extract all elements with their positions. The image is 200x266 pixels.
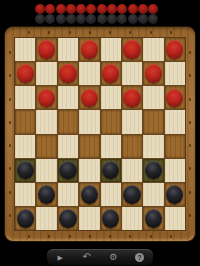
square-r2c3[interactable] — [58, 62, 78, 85]
square-r5c7 — [143, 135, 163, 158]
frame-tick — [69, 235, 71, 238]
square-r3c4[interactable] — [79, 86, 99, 109]
frame-tick — [9, 74, 11, 77]
square-r4c1[interactable] — [15, 110, 35, 133]
frame-tick — [9, 98, 11, 101]
settings-button[interactable]: ⚙ — [106, 250, 120, 264]
tray-piece-black — [117, 14, 127, 24]
gear-icon: ⚙ — [109, 253, 117, 262]
tray-red-row — [35, 4, 159, 14]
square-r2c5[interactable] — [101, 62, 121, 85]
square-r3c2[interactable] — [36, 86, 56, 109]
black-checker-piece[interactable] — [59, 209, 76, 228]
square-r3c8[interactable] — [165, 86, 185, 109]
help-icon: ? — [135, 253, 144, 262]
square-r5c6[interactable] — [122, 135, 142, 158]
tray-piece-black — [138, 14, 148, 24]
frame-tick — [170, 31, 172, 34]
red-checker-piece[interactable] — [81, 89, 98, 108]
checkers-board — [5, 27, 195, 241]
frame-marks-left — [7, 41, 13, 227]
square-r6c2 — [36, 159, 56, 182]
tray-piece-black — [128, 14, 138, 24]
red-checker-piece[interactable] — [166, 89, 183, 108]
tray-piece-red — [107, 4, 117, 14]
square-r2c8 — [165, 62, 185, 85]
tray-black-row — [35, 14, 159, 24]
black-checker-piece[interactable] — [38, 185, 55, 204]
square-r4c8 — [165, 110, 185, 133]
tray-piece-black — [45, 14, 55, 24]
black-checker-piece[interactable] — [17, 209, 34, 228]
square-r3c7 — [143, 86, 163, 109]
frame-tick — [9, 51, 11, 54]
square-r5c2[interactable] — [36, 135, 56, 158]
frame-tick — [89, 31, 91, 34]
frame-tick — [9, 144, 11, 147]
frame-tick — [9, 191, 11, 194]
red-checker-piece[interactable] — [17, 64, 34, 83]
square-r1c8[interactable] — [165, 38, 185, 61]
square-r1c5 — [101, 38, 121, 61]
frame-tick — [150, 235, 152, 238]
square-r7c4[interactable] — [79, 183, 99, 206]
red-checker-piece[interactable] — [59, 64, 76, 83]
red-checker-piece[interactable] — [38, 40, 55, 59]
square-r8c1[interactable] — [15, 207, 35, 230]
checkers-app-screen: ▶ ↶ ⚙ ? — [0, 0, 200, 266]
black-checker-piece[interactable] — [17, 161, 34, 180]
black-checker-piece[interactable] — [59, 161, 76, 180]
tray-piece-black — [86, 14, 96, 24]
tray-piece-black — [56, 14, 66, 24]
tray-piece-red — [138, 4, 148, 14]
black-checker-piece[interactable] — [102, 161, 119, 180]
tray-piece-red — [35, 4, 45, 14]
frame-tick — [189, 214, 191, 217]
square-r5c8[interactable] — [165, 135, 185, 158]
tray-piece-black — [35, 14, 45, 24]
undo-icon: ↶ — [83, 252, 91, 262]
square-r1c4[interactable] — [79, 38, 99, 61]
square-r7c5 — [101, 183, 121, 206]
square-r7c2[interactable] — [36, 183, 56, 206]
tray-piece-red — [117, 4, 127, 14]
frame-tick — [9, 167, 11, 170]
frame-tick — [28, 31, 30, 34]
frame-tick — [69, 31, 71, 34]
square-r8c5[interactable] — [101, 207, 121, 230]
square-r7c7 — [143, 183, 163, 206]
square-r2c4 — [79, 62, 99, 85]
square-r1c3 — [58, 38, 78, 61]
frame-tick — [48, 235, 50, 238]
square-r8c3[interactable] — [58, 207, 78, 230]
square-r5c3 — [58, 135, 78, 158]
play-icon: ▶ — [58, 254, 63, 261]
frame-tick — [189, 74, 191, 77]
frame-tick — [109, 31, 111, 34]
frame-tick — [189, 121, 191, 124]
frame-tick — [9, 121, 11, 124]
square-r4c6 — [122, 110, 142, 133]
black-checker-piece[interactable] — [166, 185, 183, 204]
black-checker-piece[interactable] — [102, 209, 119, 228]
frame-marks-top — [19, 29, 181, 35]
black-checker-piece[interactable] — [145, 161, 162, 180]
frame-tick — [89, 235, 91, 238]
black-checker-piece[interactable] — [123, 185, 140, 204]
tray-piece-black — [148, 14, 158, 24]
red-checker-piece[interactable] — [123, 40, 140, 59]
tray-piece-red — [148, 4, 158, 14]
frame-tick — [129, 235, 131, 238]
square-r1c1 — [15, 38, 35, 61]
square-r6c7[interactable] — [143, 159, 163, 182]
square-r2c7[interactable] — [143, 62, 163, 85]
square-r7c8[interactable] — [165, 183, 185, 206]
square-r6c1[interactable] — [15, 159, 35, 182]
toolbar: ▶ ↶ ⚙ ? — [47, 249, 153, 265]
square-r3c5 — [101, 86, 121, 109]
tray-piece-red — [56, 4, 66, 14]
square-r1c2[interactable] — [36, 38, 56, 61]
square-r4c2 — [36, 110, 56, 133]
tray-piece-red — [97, 4, 107, 14]
square-r8c4 — [79, 207, 99, 230]
play-button[interactable]: ▶ — [53, 250, 67, 264]
tray-piece-red — [66, 4, 76, 14]
red-checker-piece[interactable] — [166, 40, 183, 59]
tray-piece-black — [107, 14, 117, 24]
square-r3c6[interactable] — [122, 86, 142, 109]
frame-tick — [48, 31, 50, 34]
frame-tick — [189, 144, 191, 147]
black-checker-piece[interactable] — [81, 185, 98, 204]
square-r8c8 — [165, 207, 185, 230]
frame-tick — [129, 31, 131, 34]
square-r6c6 — [122, 159, 142, 182]
square-r7c1 — [15, 183, 35, 206]
tray-piece-black — [76, 14, 86, 24]
square-r7c6[interactable] — [122, 183, 142, 206]
frame-marks-bottom — [19, 233, 181, 239]
red-checker-piece[interactable] — [145, 64, 162, 83]
tray-piece-red — [45, 4, 55, 14]
red-checker-piece[interactable] — [81, 40, 98, 59]
frame-tick — [170, 235, 172, 238]
square-r1c7 — [143, 38, 163, 61]
frame-tick — [28, 235, 30, 238]
frame-tick — [189, 51, 191, 54]
undo-button[interactable]: ↶ — [80, 250, 94, 264]
square-r4c3[interactable] — [58, 110, 78, 133]
square-r5c5 — [101, 135, 121, 158]
red-checker-piece[interactable] — [123, 89, 140, 108]
square-r2c1[interactable] — [15, 62, 35, 85]
tray-piece-black — [66, 14, 76, 24]
square-r6c5[interactable] — [101, 159, 121, 182]
square-r3c1 — [15, 86, 35, 109]
square-r6c4 — [79, 159, 99, 182]
help-button[interactable]: ? — [133, 250, 147, 264]
square-r4c7[interactable] — [143, 110, 163, 133]
frame-marks-right — [187, 41, 193, 227]
black-checker-piece[interactable] — [145, 209, 162, 228]
frame-tick — [150, 31, 152, 34]
tray-piece-black — [97, 14, 107, 24]
frame-tick — [109, 235, 111, 238]
square-r7c3 — [58, 183, 78, 206]
frame-tick — [9, 214, 11, 217]
tray-piece-red — [76, 4, 86, 14]
square-r2c6 — [122, 62, 142, 85]
square-r8c7[interactable] — [143, 207, 163, 230]
square-r8c2 — [36, 207, 56, 230]
red-checker-piece[interactable] — [102, 64, 119, 83]
square-r3c3 — [58, 86, 78, 109]
square-r1c6[interactable] — [122, 38, 142, 61]
tray-piece-red — [86, 4, 96, 14]
square-r2c2 — [36, 62, 56, 85]
tray-piece-red — [128, 4, 138, 14]
frame-tick — [189, 98, 191, 101]
frame-tick — [189, 167, 191, 170]
square-r4c5[interactable] — [101, 110, 121, 133]
board-grid — [14, 37, 186, 231]
frame-tick — [189, 191, 191, 194]
red-checker-piece[interactable] — [38, 89, 55, 108]
square-r5c1 — [15, 135, 35, 158]
square-r6c3[interactable] — [58, 159, 78, 182]
square-r8c6 — [122, 207, 142, 230]
square-r4c4 — [79, 110, 99, 133]
square-r5c4[interactable] — [79, 135, 99, 158]
square-r6c8 — [165, 159, 185, 182]
